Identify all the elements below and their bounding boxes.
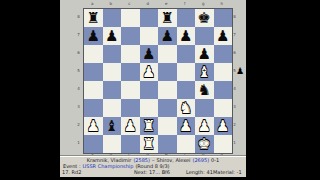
square-h5[interactable] xyxy=(214,63,233,81)
white-pawn[interactable]: ♟ xyxy=(179,119,192,134)
square-g2[interactable]: ♟ xyxy=(195,117,214,135)
captured-pawn-icon: ♟ xyxy=(236,66,244,76)
current-move: 17. Rd2 xyxy=(62,170,81,175)
square-h4[interactable] xyxy=(214,81,233,99)
square-c3[interactable] xyxy=(121,99,140,117)
square-h1[interactable] xyxy=(214,135,233,153)
square-g5[interactable]: ♝ xyxy=(195,63,214,81)
square-c5[interactable] xyxy=(121,63,140,81)
square-d5[interactable]: ♟ xyxy=(140,63,159,81)
square-b7[interactable]: ♟ xyxy=(103,27,122,45)
file-label-b: b xyxy=(102,1,121,6)
file-labels-top: abcdefgh xyxy=(83,1,231,6)
square-g8[interactable]: ♚ xyxy=(195,9,214,27)
square-d2[interactable]: ♜ xyxy=(140,117,159,135)
game-result: 0-1 xyxy=(211,157,219,163)
square-d3[interactable] xyxy=(140,99,159,117)
black-pawn[interactable]: ♟ xyxy=(142,47,155,62)
square-a6[interactable] xyxy=(84,45,103,63)
white-rook[interactable]: ♜ xyxy=(142,137,155,152)
rank-label-5: 5 xyxy=(76,62,81,80)
white-pawn[interactable]: ♟ xyxy=(87,119,100,134)
square-a7[interactable]: ♟ xyxy=(84,27,103,45)
square-b6[interactable] xyxy=(103,45,122,63)
black-pawn[interactable]: ♟ xyxy=(216,29,229,44)
square-h6[interactable] xyxy=(214,45,233,63)
black-bishop[interactable]: ♝ xyxy=(105,119,118,134)
square-b8[interactable] xyxy=(103,9,122,27)
square-c1[interactable] xyxy=(121,135,140,153)
square-h8[interactable] xyxy=(214,9,233,27)
square-e6[interactable] xyxy=(158,45,177,63)
black-knight[interactable]: ♞ xyxy=(198,83,211,98)
black-king[interactable]: ♚ xyxy=(198,11,211,26)
file-label-g: g xyxy=(194,1,213,6)
square-g4[interactable]: ♞ xyxy=(195,81,214,99)
square-b3[interactable] xyxy=(103,99,122,117)
square-f5[interactable] xyxy=(177,63,196,81)
square-f4[interactable] xyxy=(177,81,196,99)
square-c8[interactable] xyxy=(121,9,140,27)
chess-app-panel: abcdefgh abcdefgh 87654321 87654321 ♜♜♚♟… xyxy=(60,0,246,176)
white-pawn[interactable]: ♟ xyxy=(142,65,155,80)
rank-label-2: 2 xyxy=(76,116,81,134)
file-label-a: a xyxy=(83,1,102,6)
square-c6[interactable] xyxy=(121,45,140,63)
rank-label-1: 1 xyxy=(76,134,81,152)
rank-labels-left: 87654321 xyxy=(76,8,81,152)
white-rook[interactable]: ♜ xyxy=(142,119,155,134)
square-d4[interactable] xyxy=(140,81,159,99)
square-f3[interactable]: ♞ xyxy=(177,99,196,117)
square-h2[interactable]: ♟ xyxy=(214,117,233,135)
square-b4[interactable] xyxy=(103,81,122,99)
white-pawn[interactable]: ♟ xyxy=(198,119,211,134)
black-pawn[interactable]: ♟ xyxy=(161,29,174,44)
square-d7[interactable] xyxy=(140,27,159,45)
file-label-e: e xyxy=(157,1,176,6)
square-e3[interactable] xyxy=(158,99,177,117)
white-bishop[interactable]: ♝ xyxy=(198,65,211,80)
square-e1[interactable] xyxy=(158,135,177,153)
status-line: 17. Rd2 Next: 17... Bf6 Length: 41 Mater… xyxy=(60,170,246,175)
square-f1[interactable] xyxy=(177,135,196,153)
square-f2[interactable]: ♟ xyxy=(177,117,196,135)
status-bar: Kramnik, Vladimir(2585)–Shirov, Alexei(2… xyxy=(60,156,246,177)
rank-label-3: 3 xyxy=(76,98,81,116)
square-e2[interactable] xyxy=(158,117,177,135)
file-label-h: h xyxy=(213,1,232,6)
square-a8[interactable]: ♜ xyxy=(84,9,103,27)
black-pawn[interactable]: ♟ xyxy=(87,29,100,44)
square-b1[interactable] xyxy=(103,135,122,153)
black-rook[interactable]: ♜ xyxy=(87,11,100,26)
square-a4[interactable] xyxy=(84,81,103,99)
square-d6[interactable]: ♟ xyxy=(140,45,159,63)
square-e8[interactable]: ♜ xyxy=(158,9,177,27)
square-f6[interactable] xyxy=(177,45,196,63)
square-h3[interactable] xyxy=(214,99,233,117)
square-h7[interactable]: ♟ xyxy=(214,27,233,45)
square-g6[interactable]: ♟ xyxy=(195,45,214,63)
rank-label-4: 4 xyxy=(76,80,81,98)
square-d1[interactable]: ♜ xyxy=(140,135,159,153)
square-g3[interactable] xyxy=(195,99,214,117)
black-rook[interactable]: ♜ xyxy=(161,11,174,26)
square-e4[interactable] xyxy=(158,81,177,99)
square-b5[interactable] xyxy=(103,63,122,81)
event-link[interactable]: USSR Championship xyxy=(83,163,134,169)
white-knight[interactable]: ♞ xyxy=(179,101,192,116)
square-a3[interactable] xyxy=(84,99,103,117)
square-f7[interactable]: ♟ xyxy=(177,27,196,45)
square-e5[interactable] xyxy=(158,63,177,81)
square-e7[interactable]: ♟ xyxy=(158,27,177,45)
file-label-d: d xyxy=(139,1,158,6)
square-c4[interactable] xyxy=(121,81,140,99)
file-label-c: c xyxy=(120,1,139,6)
square-c7[interactable] xyxy=(121,27,140,45)
rank-label-7: 7 xyxy=(76,26,81,44)
white-pawn[interactable]: ♟ xyxy=(124,119,137,134)
square-f8[interactable] xyxy=(177,9,196,27)
black-pawn[interactable]: ♟ xyxy=(179,29,192,44)
game-length: Length: 41 xyxy=(186,170,213,175)
square-b2[interactable]: ♝ xyxy=(103,117,122,135)
black-pawn[interactable]: ♟ xyxy=(105,29,118,44)
square-c2[interactable]: ♟ xyxy=(121,117,140,135)
next-move: Next: 17... Bf6 xyxy=(134,170,170,175)
video-frame: { "game": "chess", "position": { "fen": … xyxy=(0,0,320,180)
rank-label-6: 6 xyxy=(76,44,81,62)
square-g1[interactable]: ♚ xyxy=(195,135,214,153)
chess-board[interactable]: ♜♜♚♟♟♟♟♟♟♟♟♝♞♞♟♝♟♜♟♟♟♜♚ xyxy=(83,8,233,154)
black-pawn[interactable]: ♟ xyxy=(198,47,211,62)
square-a1[interactable] xyxy=(84,135,103,153)
square-g7[interactable] xyxy=(195,27,214,45)
square-d8[interactable] xyxy=(140,9,159,27)
white-pawn[interactable]: ♟ xyxy=(216,119,229,134)
square-a2[interactable]: ♟ xyxy=(84,117,103,135)
square-a5[interactable] xyxy=(84,63,103,81)
white-king[interactable]: ♚ xyxy=(198,137,211,152)
rank-label-8: 8 xyxy=(76,8,81,26)
black-player-rating: (2695) xyxy=(192,157,209,163)
material-balance: Material: -1 xyxy=(213,170,242,175)
file-label-f: f xyxy=(176,1,195,6)
